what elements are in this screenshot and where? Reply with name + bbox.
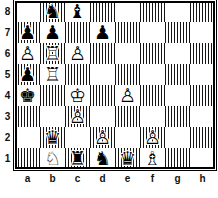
square-h3[interactable] (190, 106, 215, 127)
square-a7[interactable]: ♟ (15, 22, 40, 43)
square-d4[interactable] (90, 85, 115, 106)
square-h5[interactable] (190, 64, 215, 85)
square-b3[interactable] (40, 106, 65, 127)
square-e3[interactable] (115, 106, 140, 127)
square-h2[interactable] (190, 127, 215, 148)
square-g3[interactable] (165, 106, 190, 127)
rank-label-4: 4 (0, 85, 15, 106)
rank-label-1: 1 (0, 148, 15, 169)
label-corner (0, 169, 15, 189)
chess-board: 8♞♝7♟♟♟6♙♖♙5♟♖4♚♔♙3♙2♛♙♙1♘♜♞♛♗abcdefgh (0, 1, 215, 189)
square-h6[interactable] (190, 43, 215, 64)
square-c7[interactable] (65, 22, 90, 43)
square-a5[interactable]: ♟ (15, 64, 40, 85)
black-pawn[interactable]: ♟ (44, 22, 61, 43)
file-label-c: c (65, 169, 90, 189)
square-c5[interactable] (65, 64, 90, 85)
file-label-b: b (40, 169, 65, 189)
square-b8[interactable]: ♞ (40, 1, 65, 22)
square-g5[interactable] (165, 64, 190, 85)
square-g7[interactable] (165, 22, 190, 43)
file-label-g: g (165, 169, 190, 189)
white-rook[interactable]: ♖ (44, 43, 61, 64)
square-a2[interactable] (15, 127, 40, 148)
white-king[interactable]: ♔ (69, 85, 86, 106)
black-pawn[interactable]: ♟ (19, 22, 36, 43)
file-label-a: a (15, 169, 40, 189)
square-a6[interactable]: ♙ (15, 43, 40, 64)
square-c1[interactable]: ♜ (65, 148, 90, 169)
square-h1[interactable] (190, 148, 215, 169)
square-e4[interactable]: ♙ (115, 85, 140, 106)
square-c3[interactable]: ♙ (65, 106, 90, 127)
chess-board-diagram: 8♞♝7♟♟♟6♙♖♙5♟♖4♚♔♙3♙2♛♙♙1♘♜♞♛♗abcdefgh (0, 0, 218, 198)
square-a4[interactable]: ♚ (15, 85, 40, 106)
square-f4[interactable] (140, 85, 165, 106)
square-d5[interactable] (90, 64, 115, 85)
square-e6[interactable] (115, 43, 140, 64)
square-c2[interactable] (65, 127, 90, 148)
black-pawn[interactable]: ♟ (19, 64, 36, 85)
square-e7[interactable] (115, 22, 140, 43)
square-a1[interactable] (15, 148, 40, 169)
square-f2[interactable]: ♙ (140, 127, 165, 148)
square-d7[interactable]: ♟ (90, 22, 115, 43)
white-knight[interactable]: ♘ (44, 148, 61, 169)
white-bishop[interactable]: ♗ (144, 148, 161, 169)
white-pawn[interactable]: ♙ (19, 43, 36, 64)
rank-label-6: 6 (0, 43, 15, 64)
square-f6[interactable] (140, 43, 165, 64)
black-pawn[interactable]: ♟ (94, 22, 111, 43)
square-d8[interactable] (90, 1, 115, 22)
square-b5[interactable]: ♖ (40, 64, 65, 85)
square-h7[interactable] (190, 22, 215, 43)
square-f5[interactable] (140, 64, 165, 85)
white-pawn[interactable]: ♙ (69, 106, 86, 127)
black-bishop[interactable]: ♝ (69, 1, 86, 22)
square-b1[interactable]: ♘ (40, 148, 65, 169)
square-c6[interactable]: ♙ (65, 43, 90, 64)
file-label-e: e (115, 169, 140, 189)
square-d6[interactable] (90, 43, 115, 64)
square-c4[interactable]: ♔ (65, 85, 90, 106)
black-king[interactable]: ♚ (19, 85, 36, 106)
square-e2[interactable] (115, 127, 140, 148)
rank-label-7: 7 (0, 22, 15, 43)
file-label-f: f (140, 169, 165, 189)
square-b4[interactable] (40, 85, 65, 106)
white-rook[interactable]: ♖ (44, 64, 61, 85)
square-b7[interactable]: ♟ (40, 22, 65, 43)
file-label-h: h (190, 169, 215, 189)
square-e1[interactable]: ♛ (115, 148, 140, 169)
rank-label-8: 8 (0, 1, 15, 22)
square-f3[interactable] (140, 106, 165, 127)
black-knight[interactable]: ♞ (94, 148, 111, 169)
black-queen[interactable]: ♛ (119, 148, 136, 169)
white-pawn[interactable]: ♙ (119, 85, 136, 106)
square-b2[interactable]: ♛ (40, 127, 65, 148)
square-f7[interactable] (140, 22, 165, 43)
square-g1[interactable] (165, 148, 190, 169)
square-a8[interactable] (15, 1, 40, 22)
square-g4[interactable] (165, 85, 190, 106)
square-a3[interactable] (15, 106, 40, 127)
square-e8[interactable] (115, 1, 140, 22)
square-f1[interactable]: ♗ (140, 148, 165, 169)
square-e5[interactable] (115, 64, 140, 85)
square-c8[interactable]: ♝ (65, 1, 90, 22)
square-d3[interactable] (90, 106, 115, 127)
black-knight[interactable]: ♞ (44, 1, 61, 22)
rank-label-3: 3 (0, 106, 15, 127)
white-pawn[interactable]: ♙ (94, 127, 111, 148)
black-queen[interactable]: ♛ (44, 127, 61, 148)
square-d1[interactable]: ♞ (90, 148, 115, 169)
square-b6[interactable]: ♖ (40, 43, 65, 64)
square-g8[interactable] (165, 1, 190, 22)
square-f8[interactable] (140, 1, 165, 22)
file-label-d: d (90, 169, 115, 189)
square-d2[interactable]: ♙ (90, 127, 115, 148)
rank-label-2: 2 (0, 127, 15, 148)
rank-label-5: 5 (0, 64, 15, 85)
white-pawn[interactable]: ♙ (144, 127, 161, 148)
square-h4[interactable] (190, 85, 215, 106)
white-pawn[interactable]: ♙ (69, 43, 86, 64)
square-g2[interactable] (165, 127, 190, 148)
black-rook[interactable]: ♜ (69, 148, 86, 169)
square-g6[interactable] (165, 43, 190, 64)
square-h8[interactable] (190, 1, 215, 22)
